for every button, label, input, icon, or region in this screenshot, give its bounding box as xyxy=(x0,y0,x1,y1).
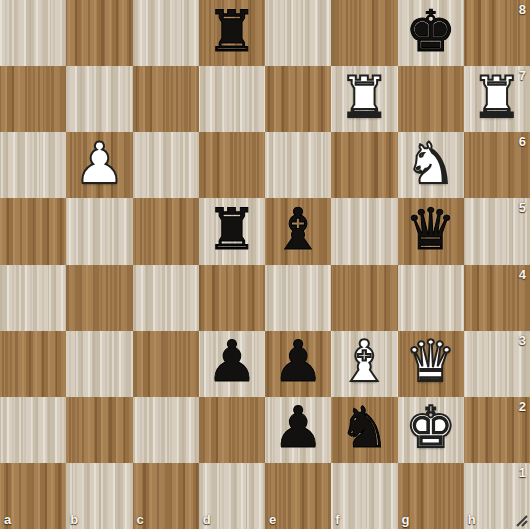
square-a2[interactable] xyxy=(0,397,66,463)
coordinate-rank-3: 3 xyxy=(519,333,526,348)
square-c7[interactable] xyxy=(133,66,199,132)
square-h2[interactable]: 2 xyxy=(464,397,530,463)
square-b7[interactable] xyxy=(66,66,132,132)
coordinate-file-e: e xyxy=(269,512,276,527)
square-b5[interactable] xyxy=(66,198,132,264)
square-d8[interactable]: ♜ xyxy=(199,0,265,66)
square-c6[interactable] xyxy=(133,132,199,198)
piece-white-queen[interactable]: ♛ xyxy=(405,333,456,390)
piece-white-king[interactable]: ♚ xyxy=(405,399,456,456)
square-a6[interactable] xyxy=(0,132,66,198)
square-b6[interactable]: ♟ xyxy=(66,132,132,198)
piece-white-rook[interactable]: ♜ xyxy=(339,69,390,126)
square-b2[interactable] xyxy=(66,397,132,463)
square-b8[interactable] xyxy=(66,0,132,66)
piece-black-king[interactable]: ♚ xyxy=(405,3,456,60)
coordinate-file-f: f xyxy=(335,512,339,527)
square-g8[interactable]: ♚ xyxy=(398,0,464,66)
square-d6[interactable] xyxy=(199,132,265,198)
chess-board-panel: ♜♚8♜♜7♟♞6♜♝♛54♟♟♝♛3♟♞♚2abcdefgh1 xyxy=(0,0,530,529)
square-g2[interactable]: ♚ xyxy=(398,397,464,463)
resize-grip-icon[interactable] xyxy=(512,511,528,527)
chess-board: ♜♚8♜♜7♟♞6♜♝♛54♟♟♝♛3♟♞♚2abcdefgh1 xyxy=(0,0,530,529)
square-d7[interactable] xyxy=(199,66,265,132)
square-h6[interactable]: 6 xyxy=(464,132,530,198)
piece-black-knight[interactable]: ♞ xyxy=(339,399,390,456)
square-h8[interactable]: 8 xyxy=(464,0,530,66)
square-a4[interactable] xyxy=(0,265,66,331)
square-b4[interactable] xyxy=(66,265,132,331)
square-e3[interactable]: ♟ xyxy=(265,331,331,397)
square-h3[interactable]: 3 xyxy=(464,331,530,397)
piece-black-rook[interactable]: ♜ xyxy=(206,201,257,258)
piece-white-pawn[interactable]: ♟ xyxy=(74,135,125,192)
coordinate-file-a: a xyxy=(4,512,11,527)
square-e2[interactable]: ♟ xyxy=(265,397,331,463)
square-c5[interactable] xyxy=(133,198,199,264)
square-d2[interactable] xyxy=(199,397,265,463)
square-c1[interactable]: c xyxy=(133,463,199,529)
square-f7[interactable]: ♜ xyxy=(331,66,397,132)
coordinate-file-c: c xyxy=(137,512,144,527)
square-b1[interactable]: b xyxy=(66,463,132,529)
square-c4[interactable] xyxy=(133,265,199,331)
coordinate-rank-8: 8 xyxy=(519,2,526,17)
piece-white-bishop[interactable]: ♝ xyxy=(339,333,390,390)
square-e6[interactable] xyxy=(265,132,331,198)
square-e4[interactable] xyxy=(265,265,331,331)
square-d5[interactable]: ♜ xyxy=(199,198,265,264)
piece-white-rook[interactable]: ♜ xyxy=(471,69,522,126)
coordinate-rank-5: 5 xyxy=(519,200,526,215)
coordinate-rank-4: 4 xyxy=(519,267,526,282)
square-a8[interactable] xyxy=(0,0,66,66)
coordinate-file-d: d xyxy=(203,512,211,527)
square-b3[interactable] xyxy=(66,331,132,397)
square-e7[interactable] xyxy=(265,66,331,132)
coordinate-file-b: b xyxy=(70,512,78,527)
square-g6[interactable]: ♞ xyxy=(398,132,464,198)
square-h7[interactable]: ♜7 xyxy=(464,66,530,132)
square-f5[interactable] xyxy=(331,198,397,264)
square-c8[interactable] xyxy=(133,0,199,66)
square-h4[interactable]: 4 xyxy=(464,265,530,331)
piece-black-rook[interactable]: ♜ xyxy=(206,3,257,60)
square-c2[interactable] xyxy=(133,397,199,463)
square-e1[interactable]: e xyxy=(265,463,331,529)
square-c3[interactable] xyxy=(133,331,199,397)
square-d4[interactable] xyxy=(199,265,265,331)
square-f3[interactable]: ♝ xyxy=(331,331,397,397)
coordinate-rank-1: 1 xyxy=(519,465,526,480)
coordinate-file-h: h xyxy=(468,512,476,527)
square-h5[interactable]: 5 xyxy=(464,198,530,264)
square-a7[interactable] xyxy=(0,66,66,132)
coordinate-rank-2: 2 xyxy=(519,399,526,414)
square-a3[interactable] xyxy=(0,331,66,397)
square-f6[interactable] xyxy=(331,132,397,198)
piece-black-bishop[interactable]: ♝ xyxy=(273,201,324,258)
piece-black-pawn[interactable]: ♟ xyxy=(273,399,324,456)
square-a1[interactable]: a xyxy=(0,463,66,529)
square-g3[interactable]: ♛ xyxy=(398,331,464,397)
square-f1[interactable]: f xyxy=(331,463,397,529)
square-g1[interactable]: g xyxy=(398,463,464,529)
piece-black-queen[interactable]: ♛ xyxy=(405,201,456,258)
square-g7[interactable] xyxy=(398,66,464,132)
square-e8[interactable] xyxy=(265,0,331,66)
square-g5[interactable]: ♛ xyxy=(398,198,464,264)
piece-black-pawn[interactable]: ♟ xyxy=(273,333,324,390)
square-e5[interactable]: ♝ xyxy=(265,198,331,264)
square-f8[interactable] xyxy=(331,0,397,66)
piece-white-knight[interactable]: ♞ xyxy=(405,135,456,192)
coordinate-rank-6: 6 xyxy=(519,134,526,149)
piece-black-pawn[interactable]: ♟ xyxy=(206,333,257,390)
square-d3[interactable]: ♟ xyxy=(199,331,265,397)
square-a5[interactable] xyxy=(0,198,66,264)
coordinate-file-g: g xyxy=(402,512,410,527)
square-f4[interactable] xyxy=(331,265,397,331)
square-f2[interactable]: ♞ xyxy=(331,397,397,463)
square-d1[interactable]: d xyxy=(199,463,265,529)
square-g4[interactable] xyxy=(398,265,464,331)
